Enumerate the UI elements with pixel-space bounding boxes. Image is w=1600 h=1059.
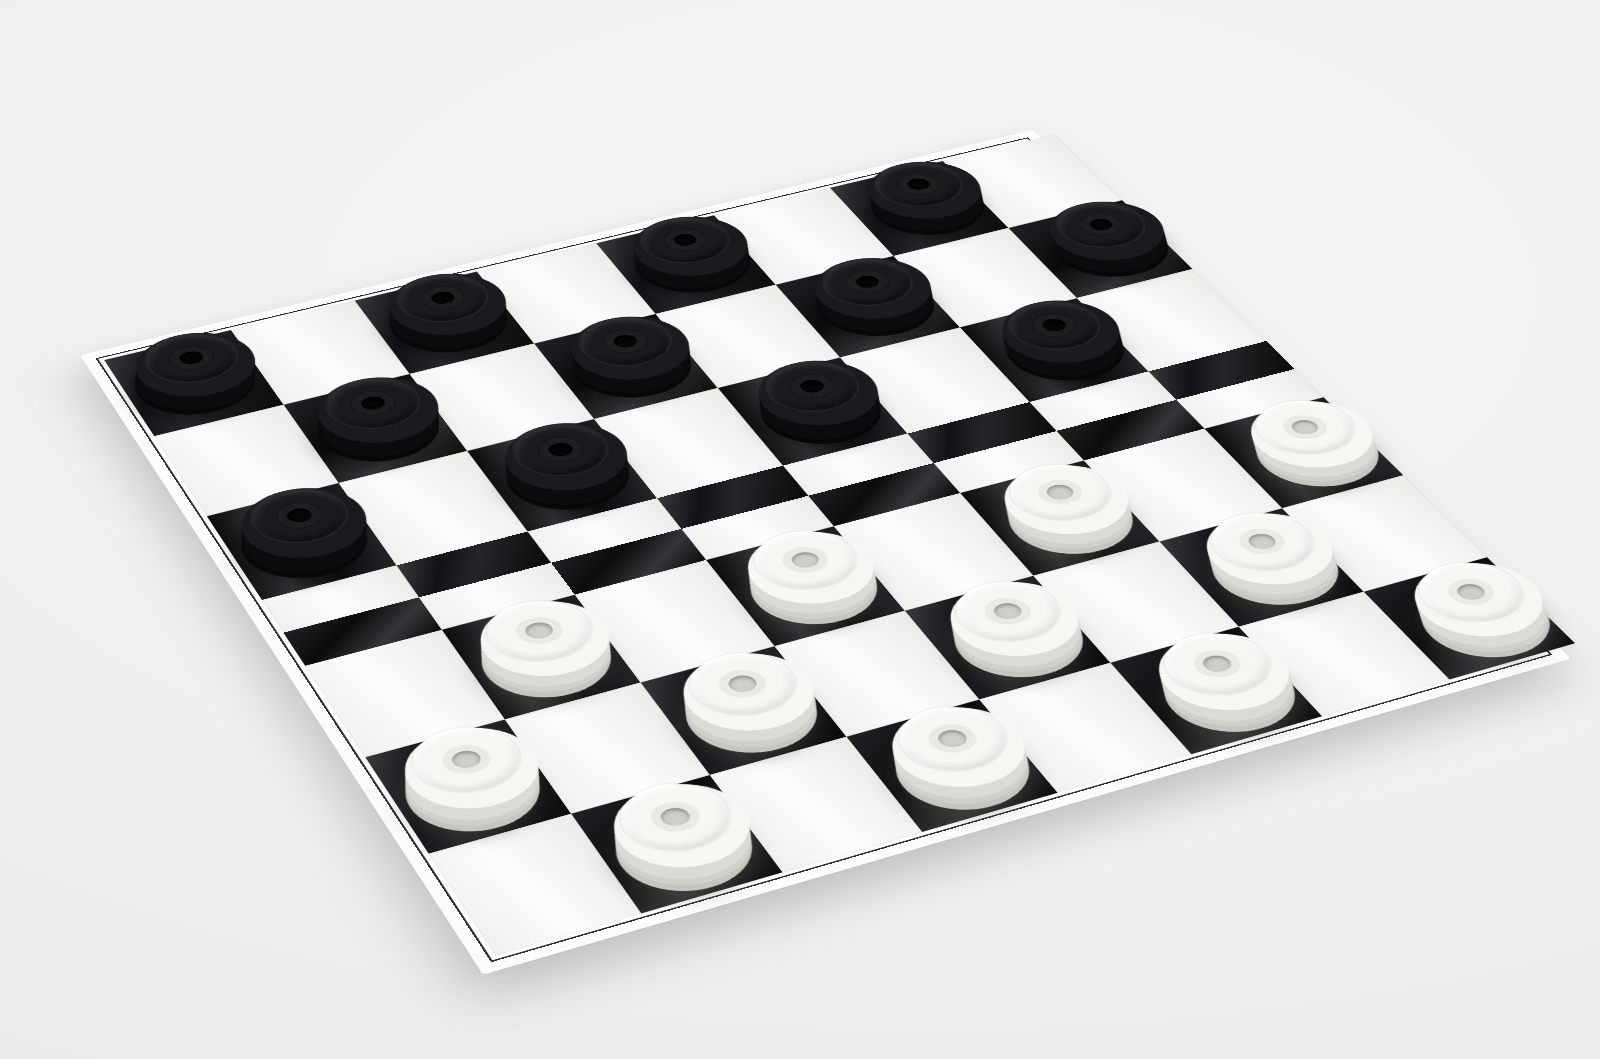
checker-white[interactable]: ● bbox=[1366, 532, 1578, 654]
checker-black[interactable]: ● bbox=[354, 248, 534, 350]
checker-white[interactable]: ● bbox=[364, 694, 570, 828]
checkers-board: ●●●●●●●●●●●●●●●●●●●●●●●● bbox=[104, 141, 1542, 955]
square-1[interactable]: ● bbox=[104, 330, 283, 436]
photo-backdrop: ●●●●●●●●●●●●●●●●●●●●●●●● bbox=[0, 0, 1600, 1059]
checker-black[interactable]: ● bbox=[102, 306, 282, 412]
checkers-mat: ●●●●●●●●●●●●●●●●●●●●●●●● bbox=[80, 130, 1571, 975]
board-scene: ●●●●●●●●●●●●●●●●●●●●●●●● bbox=[80, 130, 1571, 975]
square-32[interactable]: ● bbox=[1364, 557, 1575, 679]
